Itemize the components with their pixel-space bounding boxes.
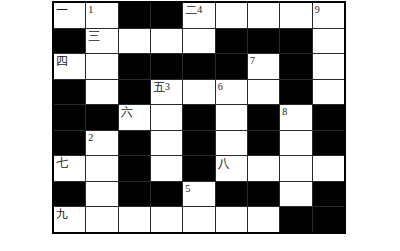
entry-cell-r8c5[interactable]: 5: [183, 182, 214, 207]
cjk-clue-number: 六: [121, 106, 133, 118]
block-cell-r1c3: [119, 3, 150, 28]
cjk-clue-number: 一: [56, 4, 68, 16]
entry-cell-r5c3[interactable]: 六: [119, 105, 150, 130]
entry-cell-r3c9[interactable]: [313, 54, 344, 79]
block-cell-r8c3: [119, 182, 150, 207]
clue-label-r1c1: 一: [56, 4, 68, 16]
block-cell-r6c9: [313, 131, 344, 156]
clue-label-r9c1: 九: [56, 208, 68, 220]
entry-cell-r5c8[interactable]: 8: [280, 105, 311, 130]
entry-cell-r1c5[interactable]: 二4: [183, 3, 214, 28]
block-cell-r3c3: [119, 54, 150, 79]
block-cell-r8c7: [248, 182, 279, 207]
cjk-clue-number: 八: [218, 157, 230, 169]
arabic-clue-number: 9: [315, 4, 320, 15]
block-cell-r4c3: [119, 80, 150, 105]
entry-cell-r7c4[interactable]: [151, 156, 182, 181]
clue-label-r1c5: 二4: [185, 4, 202, 16]
block-cell-r6c3: [119, 131, 150, 156]
block-cell-r8c6: [216, 182, 247, 207]
entry-cell-r9c5[interactable]: [183, 207, 214, 232]
entry-cell-r6c4[interactable]: [151, 131, 182, 156]
block-cell-r2c1: [54, 29, 85, 54]
block-cell-r6c1: [54, 131, 85, 156]
entry-cell-r1c1[interactable]: 一: [54, 3, 85, 28]
entry-cell-r1c6[interactable]: [216, 3, 247, 28]
block-cell-r7c5: [183, 156, 214, 181]
clue-label-r5c8: 8: [282, 106, 287, 117]
entry-cell-r2c4[interactable]: [151, 29, 182, 54]
arabic-clue-number: 1: [88, 4, 93, 15]
block-cell-r3c5: [183, 54, 214, 79]
entry-cell-r6c8[interactable]: [280, 131, 311, 156]
entry-cell-r7c6[interactable]: 八: [216, 156, 247, 181]
arabic-clue-number: 4: [197, 4, 202, 15]
entry-cell-r1c9[interactable]: 9: [313, 3, 344, 28]
entry-cell-r7c1[interactable]: 七: [54, 156, 85, 181]
entry-cell-r3c2[interactable]: [86, 54, 117, 79]
block-cell-r9c8: [280, 207, 311, 232]
arabic-clue-number: 5: [185, 183, 190, 194]
cjk-clue-number: 三: [88, 30, 100, 42]
block-cell-r8c9: [313, 182, 344, 207]
cjk-clue-number: 九: [56, 208, 68, 220]
entry-cell-r1c8[interactable]: [280, 3, 311, 28]
entry-cell-r2c9[interactable]: [313, 29, 344, 54]
clue-label-r1c2: 1: [88, 4, 93, 15]
clue-label-r5c3: 六: [121, 106, 133, 118]
block-cell-r2c6: [216, 29, 247, 54]
block-cell-r3c4: [151, 54, 182, 79]
entry-cell-r9c7[interactable]: [248, 207, 279, 232]
clue-label-r7c1: 七: [56, 157, 68, 169]
arabic-clue-number: 7: [250, 55, 255, 66]
entry-cell-r4c7[interactable]: [248, 80, 279, 105]
entry-cell-r7c8[interactable]: [280, 156, 311, 181]
entry-cell-r9c6[interactable]: [216, 207, 247, 232]
page: 一1二49三四7五36六82七八5九: [0, 0, 400, 251]
clue-label-r3c7: 7: [250, 55, 255, 66]
block-cell-r6c5: [183, 131, 214, 156]
block-cell-r7c3: [119, 156, 150, 181]
entry-cell-r5c6[interactable]: [216, 105, 247, 130]
clue-label-r8c5: 5: [185, 183, 190, 194]
clue-label-r6c2: 2: [88, 132, 93, 143]
clue-label-r3c1: 四: [56, 55, 68, 67]
entry-cell-r9c2[interactable]: [86, 207, 117, 232]
entry-cell-r2c2[interactable]: 三: [86, 29, 117, 54]
block-cell-r5c7: [248, 105, 279, 130]
cjk-clue-number: 二: [185, 4, 197, 16]
block-cell-r5c9: [313, 105, 344, 130]
clue-label-r4c6: 6: [218, 81, 223, 92]
block-cell-r1c4: [151, 3, 182, 28]
block-cell-r2c7: [248, 29, 279, 54]
arabic-clue-number: 8: [282, 106, 287, 117]
block-cell-r6c7: [248, 131, 279, 156]
block-cell-r2c8: [280, 29, 311, 54]
entry-cell-r5c4[interactable]: [151, 105, 182, 130]
block-cell-r3c8: [280, 54, 311, 79]
entry-cell-r4c2[interactable]: [86, 80, 117, 105]
entry-cell-r7c2[interactable]: [86, 156, 117, 181]
entry-cell-r6c6[interactable]: [216, 131, 247, 156]
block-cell-r5c1: [54, 105, 85, 130]
entry-cell-r4c6[interactable]: 6: [216, 80, 247, 105]
clue-label-r2c2: 三: [88, 30, 100, 42]
cjk-clue-number: 五: [153, 81, 165, 93]
entry-cell-r2c5[interactable]: [183, 29, 214, 54]
block-cell-r5c5: [183, 105, 214, 130]
entry-cell-r6c2[interactable]: 2: [86, 131, 117, 156]
entry-cell-r4c4[interactable]: 五3: [151, 80, 182, 105]
cjk-clue-number: 七: [56, 157, 68, 169]
clue-label-r1c9: 9: [315, 4, 320, 15]
entry-cell-r8c2[interactable]: [86, 182, 117, 207]
arabic-clue-number: 6: [218, 81, 223, 92]
clue-label-r4c4: 五3: [153, 81, 170, 93]
entry-cell-r8c8[interactable]: [280, 182, 311, 207]
entry-cell-r9c3[interactable]: [119, 207, 150, 232]
block-cell-r8c4: [151, 182, 182, 207]
block-cell-r4c8: [280, 80, 311, 105]
entry-cell-r3c1[interactable]: 四: [54, 54, 85, 79]
block-cell-r5c2: [86, 105, 117, 130]
crossword-grid: 一1二49三四7五36六82七八5九: [52, 1, 346, 234]
entry-cell-r9c1[interactable]: 九: [54, 207, 85, 232]
entry-cell-r1c2[interactable]: 1: [86, 3, 117, 28]
entry-cell-r9c4[interactable]: [151, 207, 182, 232]
entry-cell-r4c9[interactable]: [313, 80, 344, 105]
entry-cell-r1c7[interactable]: [248, 3, 279, 28]
entry-cell-r2c3[interactable]: [119, 29, 150, 54]
block-cell-r3c6: [216, 54, 247, 79]
cjk-clue-number: 四: [56, 55, 68, 67]
clue-label-r7c6: 八: [218, 157, 230, 169]
block-cell-r4c1: [54, 80, 85, 105]
entry-cell-r3c7[interactable]: 7: [248, 54, 279, 79]
arabic-clue-number: 3: [165, 81, 170, 92]
entry-cell-r4c5[interactable]: [183, 80, 214, 105]
entry-cell-r7c7[interactable]: [248, 156, 279, 181]
arabic-clue-number: 2: [88, 132, 93, 143]
block-cell-r8c1: [54, 182, 85, 207]
block-cell-r9c9: [313, 207, 344, 232]
entry-cell-r7c9[interactable]: [313, 156, 344, 181]
